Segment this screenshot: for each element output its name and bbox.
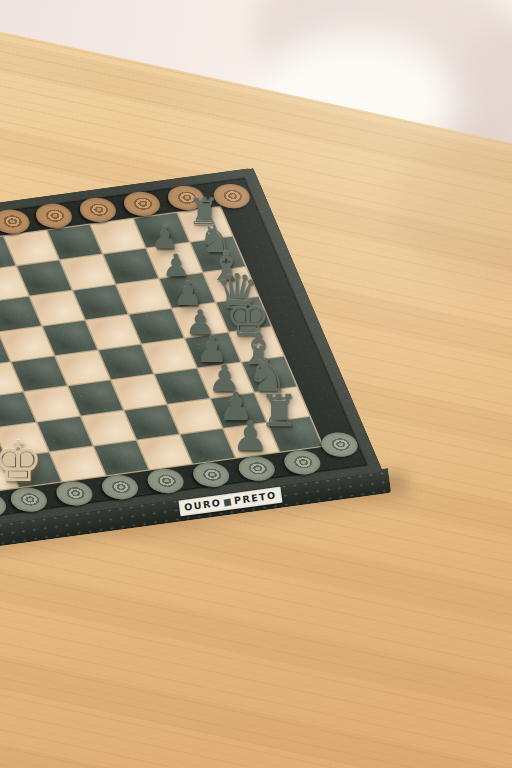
checker-disc-green[interactable] [0,491,10,520]
piece-white-king-g2[interactable]: ♚ [0,434,46,490]
label-word-preto: PRETO [233,491,277,506]
checker-disc-green[interactable] [143,467,188,496]
checker-disc-green[interactable] [189,460,234,489]
checker-disc-tan[interactable] [32,202,77,231]
piece-black-pawn-h7[interactable]: ♟ [230,416,270,456]
label-emblem-icon [224,498,232,506]
label-word-ouro: OURO [184,498,222,512]
checker-disc-tan[interactable] [76,196,121,225]
checker-disc-green[interactable] [317,430,362,459]
photo-scene: OURO PRETO ♜♟♞♟♝♟♛♟♚♟♝♟♞♟♜♟♚ [0,0,512,768]
checker-disc-green[interactable] [52,479,97,508]
checker-disc-green[interactable] [98,473,143,502]
checker-disc-green[interactable] [280,448,325,477]
checker-disc-tan[interactable] [120,190,165,219]
checker-disc-tan[interactable] [0,207,34,236]
